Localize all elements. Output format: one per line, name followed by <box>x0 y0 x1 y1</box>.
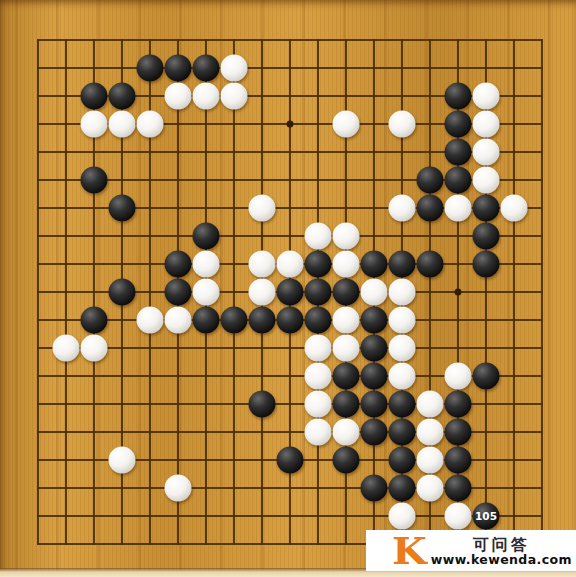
stone-black <box>137 55 164 82</box>
stone-white <box>277 251 304 278</box>
stone-white <box>193 83 220 110</box>
stone-white <box>417 475 444 502</box>
stone-black <box>333 279 360 306</box>
stone-white <box>389 111 416 138</box>
stone-white <box>473 83 500 110</box>
grid-hline <box>37 347 543 349</box>
stone-black <box>277 307 304 334</box>
stone-black <box>445 475 472 502</box>
stone-black <box>445 419 472 446</box>
stone-white <box>249 251 276 278</box>
stone-black <box>361 363 388 390</box>
kewenda-watermark: K 可问答 www.kewenda.com <box>366 530 576 571</box>
stone-white <box>389 503 416 530</box>
stone-black <box>193 307 220 334</box>
stone-white <box>389 307 416 334</box>
stone-black <box>389 251 416 278</box>
stone-white <box>165 307 192 334</box>
stone-white <box>81 335 108 362</box>
stone-black-move-105: 105 <box>473 503 500 530</box>
stone-black <box>445 83 472 110</box>
stone-white <box>305 391 332 418</box>
stone-black <box>333 363 360 390</box>
stone-black <box>445 447 472 474</box>
move-number-label: 105 <box>475 511 497 522</box>
stone-black <box>249 307 276 334</box>
stone-white <box>305 223 332 250</box>
star-point <box>287 121 294 128</box>
stone-black <box>361 307 388 334</box>
stone-black <box>277 279 304 306</box>
stone-black <box>389 419 416 446</box>
stone-black <box>473 223 500 250</box>
stone-white <box>193 279 220 306</box>
stone-black <box>389 475 416 502</box>
stone-white <box>137 111 164 138</box>
stone-black <box>361 391 388 418</box>
stone-white <box>165 475 192 502</box>
stone-black <box>333 447 360 474</box>
stone-black <box>81 307 108 334</box>
stone-white <box>473 139 500 166</box>
stone-black <box>361 475 388 502</box>
stone-white <box>221 83 248 110</box>
stone-black <box>109 83 136 110</box>
stone-white <box>221 55 248 82</box>
stone-white <box>445 363 472 390</box>
stone-white <box>389 335 416 362</box>
stone-black <box>305 279 332 306</box>
stone-black <box>473 195 500 222</box>
stone-white <box>445 503 472 530</box>
stone-white <box>81 111 108 138</box>
star-point <box>455 289 462 296</box>
kewenda-logo-k: K <box>392 534 427 567</box>
stone-white <box>417 447 444 474</box>
stone-white <box>417 419 444 446</box>
watermark-text-block: 可问答 www.kewenda.com <box>431 536 572 567</box>
stone-white <box>249 279 276 306</box>
stone-black <box>193 55 220 82</box>
stone-white <box>361 279 388 306</box>
stone-white <box>109 111 136 138</box>
stone-white <box>249 195 276 222</box>
stone-white <box>109 447 136 474</box>
stone-white <box>417 391 444 418</box>
stone-black <box>445 139 472 166</box>
stone-black <box>417 167 444 194</box>
stone-black <box>305 307 332 334</box>
stone-black <box>249 391 276 418</box>
stone-black <box>333 391 360 418</box>
stone-white <box>473 111 500 138</box>
stone-black <box>165 55 192 82</box>
stone-white <box>501 195 528 222</box>
grid-vline <box>541 39 543 545</box>
stone-white <box>333 419 360 446</box>
stone-white <box>445 195 472 222</box>
stone-black <box>389 447 416 474</box>
stone-white <box>333 111 360 138</box>
stone-white <box>389 363 416 390</box>
stone-black <box>445 167 472 194</box>
stone-white <box>333 307 360 334</box>
stone-black <box>473 251 500 278</box>
stone-white <box>137 307 164 334</box>
stone-black <box>81 83 108 110</box>
stone-white <box>333 335 360 362</box>
stone-black <box>109 195 136 222</box>
stone-white <box>53 335 80 362</box>
stone-white <box>193 251 220 278</box>
stone-black <box>165 251 192 278</box>
stone-black <box>221 307 248 334</box>
stone-white <box>333 223 360 250</box>
stone-white <box>305 363 332 390</box>
stone-black <box>165 279 192 306</box>
stone-black <box>445 111 472 138</box>
stone-black <box>81 167 108 194</box>
grid-vline <box>513 39 515 545</box>
stone-black <box>445 391 472 418</box>
stone-black <box>361 419 388 446</box>
stone-black <box>473 363 500 390</box>
watermark-url: www.kewenda.com <box>431 553 572 567</box>
stone-white <box>165 83 192 110</box>
stone-black <box>417 195 444 222</box>
stone-black <box>361 251 388 278</box>
stone-white <box>473 167 500 194</box>
stone-black <box>277 447 304 474</box>
stone-black <box>417 251 444 278</box>
stone-white <box>389 195 416 222</box>
stone-white <box>333 251 360 278</box>
stone-black <box>109 279 136 306</box>
stone-black <box>361 335 388 362</box>
stone-black <box>389 391 416 418</box>
stone-white <box>389 279 416 306</box>
stone-black <box>305 251 332 278</box>
stone-white <box>305 419 332 446</box>
watermark-title: 可问答 <box>473 536 530 553</box>
stone-white <box>305 335 332 362</box>
stone-black <box>193 223 220 250</box>
go-diagram-screenshot: 105 K 可问答 www.kewenda.com <box>0 0 576 577</box>
